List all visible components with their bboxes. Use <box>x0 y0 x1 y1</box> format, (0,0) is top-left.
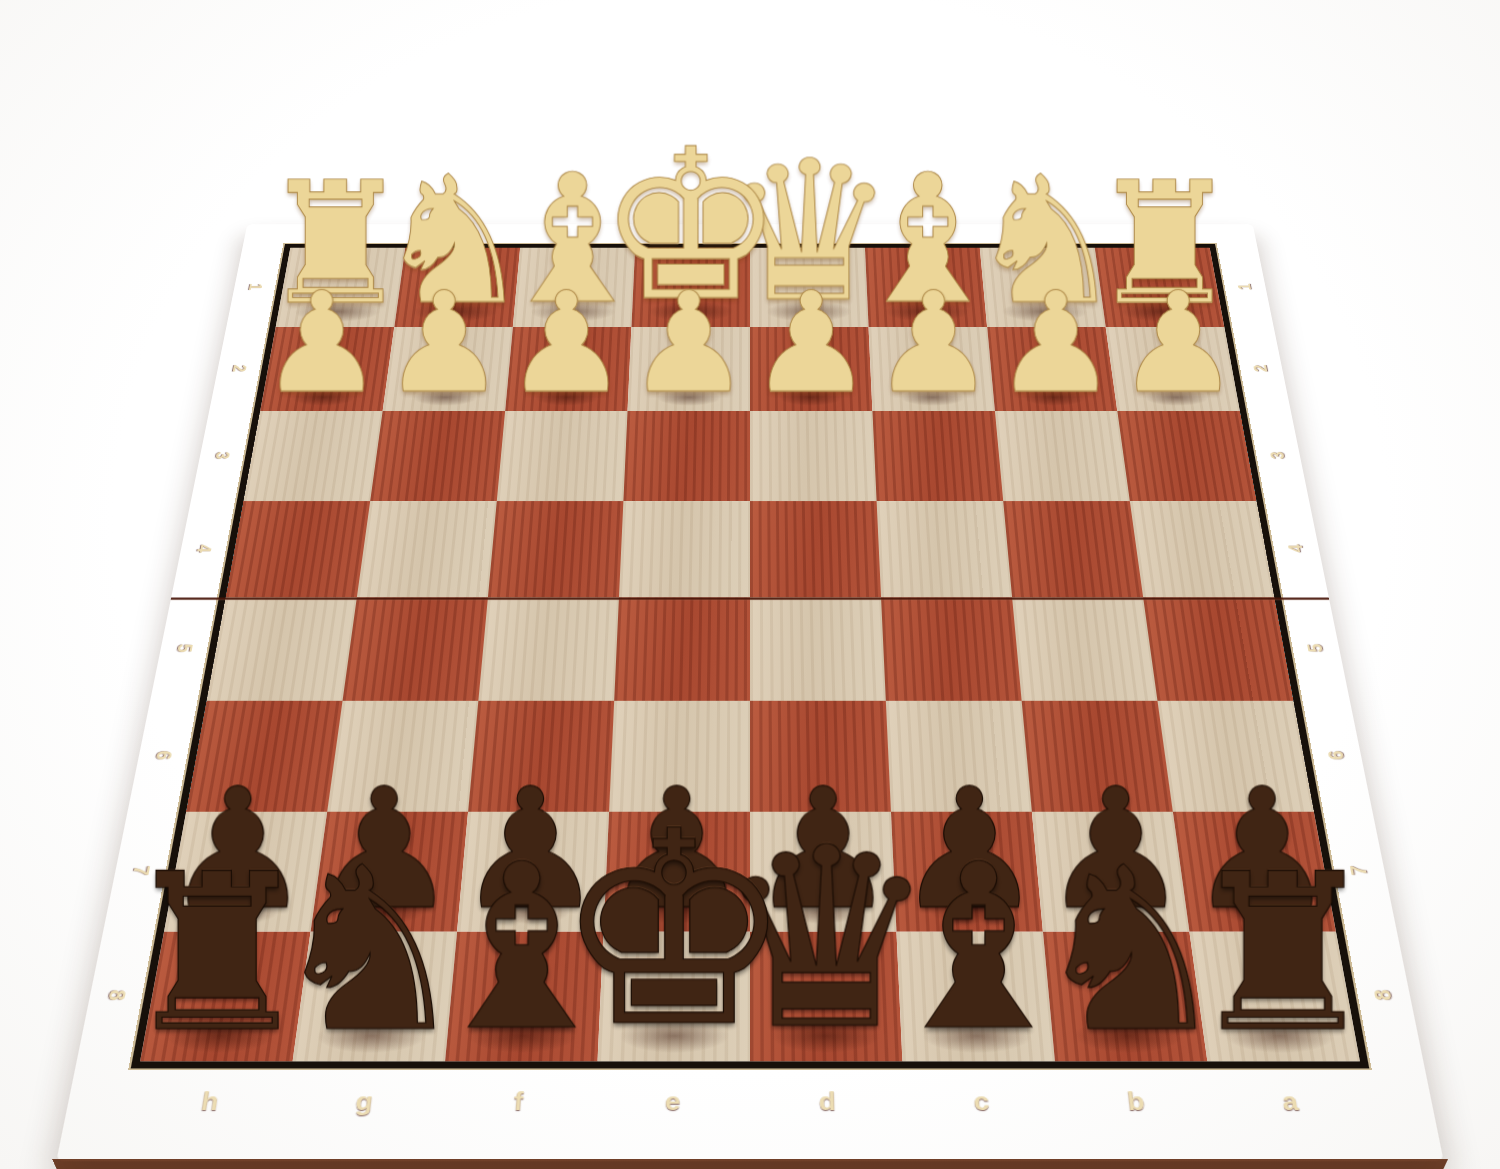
chess-set-photo-scene: ♜♞♝♚♛♝♞♜♟♟♟♟♟♟♟♟♟♟♟♟♟♟♟♟♜♞♝♚♛♝♞♜ 1234567… <box>0 0 1500 1169</box>
piece-wP-g2[interactable]: ♟ <box>382 276 507 408</box>
square-h4[interactable] <box>226 501 370 597</box>
square-g5[interactable] <box>343 597 488 700</box>
square-g2[interactable]: ♟ <box>383 327 513 411</box>
piece-wP-a2[interactable]: ♟ <box>1116 276 1241 408</box>
piece-wP-f2[interactable]: ♟ <box>504 276 629 408</box>
file-label-a: a <box>1208 1068 1378 1161</box>
chess-board-grid: ♜♞♝♚♛♝♞♜♟♟♟♟♟♟♟♟♟♟♟♟♟♟♟♟♜♞♝♚♛♝♞♜ <box>140 248 1360 1061</box>
file-label-e: e <box>593 1068 750 1161</box>
square-a4[interactable] <box>1130 501 1274 597</box>
square-e5[interactable] <box>614 597 750 700</box>
playing-area-border: ♜♞♝♚♛♝♞♜♟♟♟♟♟♟♟♟♟♟♟♟♟♟♟♟♜♞♝♚♛♝♞♜ <box>131 244 1370 1069</box>
piece-bN-g8[interactable]: ♞ <box>268 842 471 1057</box>
file-labels: hgfedcba <box>122 1068 1379 1161</box>
square-e4[interactable] <box>619 501 750 597</box>
square-e8[interactable]: ♚ <box>598 932 750 1062</box>
square-f5[interactable] <box>478 597 619 700</box>
piece-wP-h2[interactable]: ♟ <box>260 276 385 408</box>
square-c5[interactable] <box>881 597 1022 700</box>
square-f2[interactable]: ♟ <box>505 327 631 411</box>
square-a2[interactable]: ♟ <box>1106 327 1240 411</box>
piece-bK-e8[interactable]: ♚ <box>554 803 794 1057</box>
file-label-h: h <box>122 1068 292 1161</box>
file-label-d: d <box>750 1068 907 1161</box>
square-d3[interactable] <box>750 411 877 501</box>
piece-wP-d2[interactable]: ♟ <box>749 276 874 408</box>
square-b4[interactable] <box>1003 501 1143 597</box>
square-b2[interactable]: ♟ <box>987 327 1117 411</box>
file-label-g: g <box>279 1068 445 1161</box>
file-label-c: c <box>903 1068 1064 1161</box>
file-label-f: f <box>436 1068 597 1161</box>
file-label-b: b <box>1056 1068 1222 1161</box>
square-c3[interactable] <box>872 411 1003 501</box>
square-c2[interactable]: ♟ <box>869 327 995 411</box>
square-b3[interactable] <box>995 411 1130 501</box>
square-d2[interactable]: ♟ <box>750 327 872 411</box>
folding-chess-board: ♜♞♝♚♛♝♞♜♟♟♟♟♟♟♟♟♟♟♟♟♟♟♟♟♜♞♝♚♛♝♞♜ 1234567… <box>56 224 1443 1161</box>
square-c4[interactable] <box>877 501 1012 597</box>
square-h2[interactable]: ♟ <box>260 327 394 411</box>
square-g8[interactable]: ♞ <box>293 932 457 1062</box>
square-f3[interactable] <box>497 411 628 501</box>
square-f4[interactable] <box>488 501 623 597</box>
square-b8[interactable]: ♞ <box>1043 932 1207 1062</box>
square-e2[interactable]: ♟ <box>628 327 750 411</box>
square-d4[interactable] <box>750 501 881 597</box>
square-g3[interactable] <box>370 411 505 501</box>
board-front-base <box>52 1159 1448 1169</box>
piece-wP-b2[interactable]: ♟ <box>994 276 1119 408</box>
square-b5[interactable] <box>1012 597 1157 700</box>
square-d5[interactable] <box>750 597 886 700</box>
piece-wP-e2[interactable]: ♟ <box>627 276 752 408</box>
square-e3[interactable] <box>623 411 750 501</box>
perspective-wrapper: ♜♞♝♚♛♝♞♜♟♟♟♟♟♟♟♟♟♟♟♟♟♟♟♟♜♞♝♚♛♝♞♜ 1234567… <box>167 22 1333 1169</box>
piece-wP-c2[interactable]: ♟ <box>871 276 996 408</box>
piece-bN-b8[interactable]: ♞ <box>1029 842 1232 1057</box>
square-g4[interactable] <box>357 501 497 597</box>
